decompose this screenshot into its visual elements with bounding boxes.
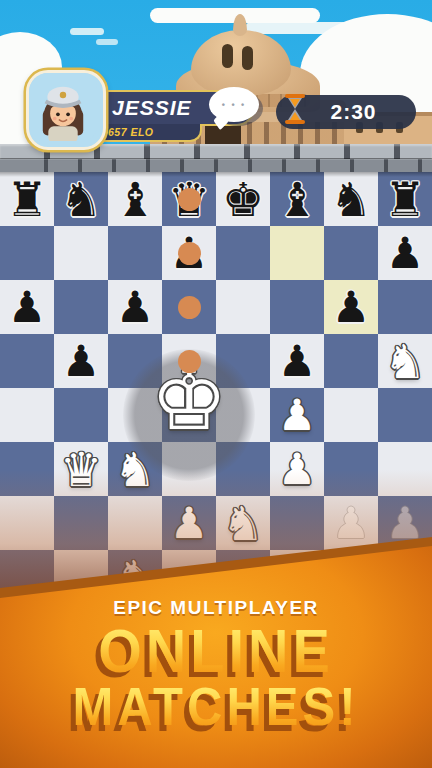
piece-black-bishop[interactable]: ♝	[270, 172, 324, 226]
square-g4[interactable]	[324, 388, 378, 442]
piece-black-king[interactable]: ♚	[216, 172, 270, 226]
square-g3[interactable]	[324, 442, 378, 496]
square-a5[interactable]	[0, 334, 54, 388]
square-e2[interactable]: ♞	[216, 496, 270, 550]
headline-text: MATCHES!	[73, 678, 360, 736]
piece-black-pawn[interactable]: ♟	[108, 280, 162, 334]
square-e7[interactable]	[216, 226, 270, 280]
square-g5[interactable]	[324, 334, 378, 388]
piece-white-knight[interactable]: ♞	[378, 334, 432, 388]
app-screen: JESSIE 657 ELO • • • 2:30 ♜♞♝♛♚♝♞♜♟♟♟♟♟♟…	[0, 0, 432, 768]
piece-black-rook[interactable]: ♜	[0, 172, 54, 226]
square-g7[interactable]	[324, 226, 378, 280]
piece-black-knight[interactable]: ♞	[324, 172, 378, 226]
square-c8[interactable]: ♝	[108, 172, 162, 226]
square-f6[interactable]	[270, 280, 324, 334]
move-hint-dot-d8[interactable]	[178, 188, 201, 211]
square-b7[interactable]	[54, 226, 108, 280]
piece-black-pawn[interactable]: ♟	[0, 280, 54, 334]
square-d4[interactable]: ♚	[162, 388, 216, 442]
square-c6[interactable]: ♟	[108, 280, 162, 334]
square-g6[interactable]: ♟	[324, 280, 378, 334]
piece-black-bishop[interactable]: ♝	[108, 172, 162, 226]
piece-white-pawn[interactable]: ♟	[162, 496, 216, 550]
square-g2[interactable]: ♟	[324, 496, 378, 550]
piece-black-rook[interactable]: ♜	[378, 172, 432, 226]
piece-white-queen[interactable]: ♛	[54, 442, 108, 496]
square-b8[interactable]: ♞	[54, 172, 108, 226]
player-elo-plate: 657 ELO	[92, 124, 202, 142]
timer-value: 2:30	[307, 100, 416, 124]
piece-white-pawn[interactable]: ♟	[270, 442, 324, 496]
piece-black-pawn[interactable]: ♟	[324, 280, 378, 334]
square-f8[interactable]: ♝	[270, 172, 324, 226]
banner-headline-1: ONLINE ONLINE	[98, 619, 334, 684]
square-h3[interactable]	[378, 442, 432, 496]
square-f7[interactable]	[270, 226, 324, 280]
piece-black-knight[interactable]: ♞	[54, 172, 108, 226]
square-c7[interactable]	[108, 226, 162, 280]
piece-white-pawn[interactable]: ♟	[270, 388, 324, 442]
square-g8[interactable]: ♞	[324, 172, 378, 226]
piece-black-pawn[interactable]: ♟	[270, 334, 324, 388]
player-name: JESSIE	[94, 96, 192, 120]
square-c3[interactable]: ♞	[108, 442, 162, 496]
piece-white-pawn[interactable]: ♟	[324, 496, 378, 550]
headline-text: ONLINE	[98, 616, 334, 684]
avatar-image	[29, 73, 97, 141]
chat-bubble-icon[interactable]: • • •	[209, 87, 259, 122]
chat-dots: • • •	[222, 100, 246, 110]
piece-white-knight[interactable]: ♞	[108, 442, 162, 496]
square-a4[interactable]	[0, 388, 54, 442]
hourglass-icon	[283, 93, 307, 125]
square-f3[interactable]: ♟	[270, 442, 324, 496]
square-d2[interactable]: ♟	[162, 496, 216, 550]
square-e8[interactable]: ♚	[216, 172, 270, 226]
square-a7[interactable]	[0, 226, 54, 280]
square-h6[interactable]	[378, 280, 432, 334]
square-b4[interactable]	[54, 388, 108, 442]
square-e3[interactable]	[216, 442, 270, 496]
square-a8[interactable]: ♜	[0, 172, 54, 226]
square-f4[interactable]: ♟	[270, 388, 324, 442]
chess-board: ♜♞♝♛♚♝♞♜♟♟♟♟♟♟♟♞♚♟♛♞♟♟♞♟♟♞	[0, 172, 432, 604]
piece-white-knight[interactable]: ♞	[216, 496, 270, 550]
piece-black-pawn[interactable]: ♟	[54, 334, 108, 388]
square-c2[interactable]	[108, 496, 162, 550]
square-e6[interactable]	[216, 280, 270, 334]
square-b3[interactable]: ♛	[54, 442, 108, 496]
square-b6[interactable]	[54, 280, 108, 334]
square-b5[interactable]: ♟	[54, 334, 108, 388]
timer-bar: 2:30	[276, 95, 416, 129]
square-f2[interactable]	[270, 496, 324, 550]
move-hint-dot-d7[interactable]	[178, 242, 201, 265]
square-h4[interactable]	[378, 388, 432, 442]
move-hint-dot-d5[interactable]	[178, 350, 201, 373]
banner-headline-2: MATCHES! MATCHES!	[73, 679, 360, 736]
square-f5[interactable]: ♟	[270, 334, 324, 388]
square-a3[interactable]	[0, 442, 54, 496]
move-hint-dot-d6[interactable]	[178, 296, 201, 319]
square-a2[interactable]	[0, 496, 54, 550]
square-a6[interactable]: ♟	[0, 280, 54, 334]
player-avatar[interactable]	[26, 70, 106, 150]
square-h8[interactable]: ♜	[378, 172, 432, 226]
square-h5[interactable]: ♞	[378, 334, 432, 388]
square-b2[interactable]	[54, 496, 108, 550]
square-h7[interactable]: ♟	[378, 226, 432, 280]
square-d3[interactable]	[162, 442, 216, 496]
piece-white-king[interactable]: ♚	[162, 388, 216, 442]
piece-black-pawn[interactable]: ♟	[378, 226, 432, 280]
